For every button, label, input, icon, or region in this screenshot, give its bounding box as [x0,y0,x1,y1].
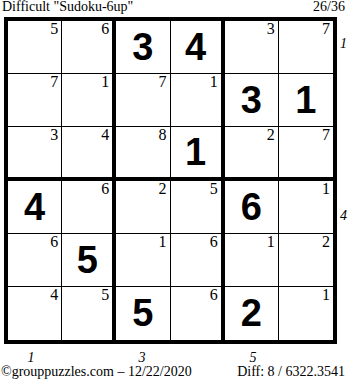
cell-r2c4[interactable]: 1 [171,74,225,127]
corner-mark: 1 [322,181,330,197]
cell-r4c2[interactable]: 6 [62,181,116,234]
corner-mark: 7 [322,127,330,143]
cell-r4c4[interactable]: 5 [171,181,225,234]
column-label-5: 5 [250,351,257,365]
cell-r3c1[interactable]: 3 [8,127,62,180]
row-label-1: 1 [340,37,347,51]
cell-r6c1[interactable]: 4 [8,287,62,340]
cell-r5c3[interactable]: 1 [116,234,170,287]
cell-r5c2[interactable]: 5 [62,234,116,287]
corner-mark: 8 [159,127,167,143]
corner-mark: 5 [101,287,109,303]
corner-mark: 6 [101,181,109,197]
cell-r3c2[interactable]: 4 [62,127,116,180]
corner-mark: 2 [322,234,330,250]
cell-r2c3[interactable]: 7 [116,74,170,127]
corner-mark: 4 [101,127,109,143]
cell-r2c5[interactable]: 3 [225,74,279,127]
sudoku-grid: 563437717131348127462561651612455621 [4,17,337,344]
corner-mark: 6 [210,234,218,250]
corner-mark: 1 [210,74,218,90]
big-digit: 4 [24,188,45,226]
corner-mark: 7 [50,74,58,90]
puzzle-counter: 26/36 [313,0,345,15]
cell-r3c5[interactable]: 2 [225,127,279,180]
cell-r1c6[interactable]: 7 [279,21,333,74]
cell-r6c6[interactable]: 1 [279,287,333,340]
big-digit: 1 [295,81,316,119]
cell-r4c5[interactable]: 6 [225,181,279,234]
cell-r2c1[interactable]: 7 [8,74,62,127]
corner-mark: 5 [50,21,58,37]
corner-mark: 6 [50,234,58,250]
cell-r5c1[interactable]: 6 [8,234,62,287]
big-digit: 6 [241,188,262,226]
cell-r1c2[interactable]: 6 [62,21,116,74]
cell-r5c4[interactable]: 6 [171,234,225,287]
cell-r1c5[interactable]: 3 [225,21,279,74]
cell-r1c1[interactable]: 5 [8,21,62,74]
corner-mark: 2 [159,181,167,197]
cell-r5c6[interactable]: 2 [279,234,333,287]
big-digit: 5 [132,294,153,332]
cell-r1c3[interactable]: 3 [116,21,170,74]
corner-mark: 4 [50,287,58,303]
cell-r6c2[interactable]: 5 [62,287,116,340]
cell-r3c4[interactable]: 1 [171,127,225,180]
cell-r4c3[interactable]: 2 [116,181,170,234]
cell-r2c6[interactable]: 1 [279,74,333,127]
corner-mark: 1 [159,234,167,250]
copyright-text: ©grouppuzzles.com – 12/22/2020 [1,364,192,380]
corner-mark: 1 [322,287,330,303]
difficulty-text: Diff: 8 / 6322.3541 [237,364,345,380]
big-digit: 3 [241,81,262,119]
puzzle-title: Difficult "Sudoku-6up" [2,0,133,15]
corner-mark: 2 [267,127,275,143]
corner-mark: 6 [101,21,109,37]
cell-r6c5[interactable]: 2 [225,287,279,340]
cell-r3c3[interactable]: 8 [116,127,170,180]
cell-r5c5[interactable]: 1 [225,234,279,287]
big-digit: 2 [241,294,262,332]
cell-r6c4[interactable]: 6 [171,287,225,340]
cell-r3c6[interactable]: 7 [279,127,333,180]
corner-mark: 6 [210,287,218,303]
corner-mark: 1 [267,234,275,250]
corner-mark: 7 [322,21,330,37]
cell-r2c2[interactable]: 1 [62,74,116,127]
corner-mark: 5 [210,181,218,197]
corner-mark: 1 [101,74,109,90]
corner-mark: 3 [267,21,275,37]
column-label-3: 3 [139,351,146,365]
cell-r4c6[interactable]: 1 [279,181,333,234]
corner-mark: 7 [159,74,167,90]
cell-r1c4[interactable]: 4 [171,21,225,74]
row-label-4: 4 [340,209,347,223]
corner-mark: 3 [50,127,58,143]
big-digit: 1 [185,133,206,171]
cell-r6c3[interactable]: 5 [116,287,170,340]
cell-r4c1[interactable]: 4 [8,181,62,234]
big-digit: 5 [77,241,98,279]
column-label-1: 1 [28,351,35,365]
big-digit: 4 [185,28,206,66]
big-digit: 3 [132,28,153,66]
